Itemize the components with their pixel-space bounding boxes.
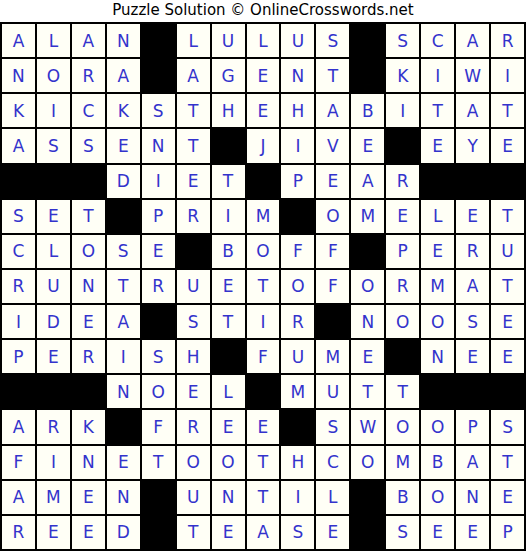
block-cell-r11c15 xyxy=(491,375,524,408)
letter-cell-r7c15: U xyxy=(491,235,524,268)
block-cell-r11c14 xyxy=(456,375,489,408)
letter-cell-r14c15: E xyxy=(491,481,524,514)
letter-cell-r1c13: C xyxy=(421,24,454,57)
letter-cell-r2c14: W xyxy=(456,59,489,92)
letter-cell-r2c8: E xyxy=(247,59,280,92)
letter-cell-r8c12: R xyxy=(386,270,419,303)
letter-cell-r15c7: E xyxy=(212,516,245,549)
letter-cell-r2c12: K xyxy=(386,59,419,92)
letter-cell-r14c13: O xyxy=(421,481,454,514)
letter-cell-r4c9: I xyxy=(281,129,314,162)
letter-cell-r13c6: O xyxy=(177,446,210,479)
letter-cell-r2c2: O xyxy=(37,59,70,92)
letter-cell-r9c7: T xyxy=(212,305,245,338)
block-cell-r11c1 xyxy=(2,375,35,408)
letter-cell-r7c9: F xyxy=(281,235,314,268)
letter-cell-r4c6: T xyxy=(177,129,210,162)
letter-cell-r1c14: A xyxy=(456,24,489,57)
letter-cell-r15c12: S xyxy=(386,516,419,549)
letter-cell-r15c4: D xyxy=(107,516,140,549)
letter-cell-r8c2: U xyxy=(37,270,70,303)
block-cell-r14c11 xyxy=(351,481,384,514)
letter-cell-r2c10: T xyxy=(316,59,349,92)
letter-cell-r15c3: E xyxy=(72,516,105,549)
letter-cell-r8c7: E xyxy=(212,270,245,303)
letter-cell-r15c15: P xyxy=(491,516,524,549)
crossword-grid: ALANLULUSSCARNORAAGENTKIWIKICKSTHEHABITA… xyxy=(0,22,526,551)
letter-cell-r11c4: N xyxy=(107,375,140,408)
letter-cell-r10c2: E xyxy=(37,340,70,373)
letter-cell-r1c7: U xyxy=(212,24,245,57)
letter-cell-r13c7: O xyxy=(212,446,245,479)
letter-cell-r11c10: U xyxy=(316,375,349,408)
letter-cell-r8c10: F xyxy=(316,270,349,303)
letter-cell-r10c8: F xyxy=(247,340,280,373)
letter-cell-r1c2: L xyxy=(37,24,70,57)
letter-cell-r14c2: M xyxy=(37,481,70,514)
letter-cell-r6c2: E xyxy=(37,200,70,233)
block-cell-r4c7 xyxy=(212,129,245,162)
letter-cell-r7c14: R xyxy=(456,235,489,268)
letter-cell-r11c5: O xyxy=(142,375,175,408)
block-cell-r2c11 xyxy=(351,59,384,92)
letter-cell-r3c10: A xyxy=(316,94,349,127)
letter-cell-r9c13: O xyxy=(421,305,454,338)
letter-cell-r6c12: E xyxy=(386,200,419,233)
block-cell-r5c3 xyxy=(72,165,105,198)
letter-cell-r11c6: E xyxy=(177,375,210,408)
letter-cell-r3c1: K xyxy=(2,94,35,127)
letter-cell-r10c5: S xyxy=(142,340,175,373)
letter-cell-r1c6: L xyxy=(177,24,210,57)
letter-cell-r8c11: O xyxy=(351,270,384,303)
letter-cell-r6c11: M xyxy=(351,200,384,233)
letter-cell-r8c8: T xyxy=(247,270,280,303)
block-cell-r12c9 xyxy=(281,410,314,443)
letter-cell-r14c4: N xyxy=(107,481,140,514)
letter-cell-r7c1: C xyxy=(2,235,35,268)
letter-cell-r3c11: B xyxy=(351,94,384,127)
letter-cell-r13c9: H xyxy=(281,446,314,479)
letter-cell-r1c4: N xyxy=(107,24,140,57)
letter-cell-r1c12: S xyxy=(386,24,419,57)
block-cell-r5c8 xyxy=(247,165,280,198)
letter-cell-r3c3: C xyxy=(72,94,105,127)
letter-cell-r2c4: A xyxy=(107,59,140,92)
letter-cell-r2c3: R xyxy=(72,59,105,92)
block-cell-r11c2 xyxy=(37,375,70,408)
letter-cell-r4c2: S xyxy=(37,129,70,162)
letter-cell-r3c2: I xyxy=(37,94,70,127)
letter-cell-r13c2: I xyxy=(37,446,70,479)
letter-cell-r12c6: R xyxy=(177,410,210,443)
letter-cell-r14c14: N xyxy=(456,481,489,514)
letter-cell-r5c9: P xyxy=(281,165,314,198)
block-cell-r11c8 xyxy=(247,375,280,408)
letter-cell-r9c2: D xyxy=(37,305,70,338)
letter-cell-r2c7: G xyxy=(212,59,245,92)
letter-cell-r7c3: O xyxy=(72,235,105,268)
letter-cell-r13c13: B xyxy=(421,446,454,479)
letter-cell-r5c4: D xyxy=(107,165,140,198)
letter-cell-r6c13: L xyxy=(421,200,454,233)
letter-cell-r3c5: S xyxy=(142,94,175,127)
letter-cell-r9c3: E xyxy=(72,305,105,338)
letter-cell-r6c8: M xyxy=(247,200,280,233)
letter-cell-r10c6: H xyxy=(177,340,210,373)
letter-cell-r10c10: M xyxy=(316,340,349,373)
letter-cell-r4c5: N xyxy=(142,129,175,162)
letter-cell-r7c13: E xyxy=(421,235,454,268)
letter-cell-r1c1: A xyxy=(2,24,35,57)
letter-cell-r13c8: T xyxy=(247,446,280,479)
letter-cell-r11c9: M xyxy=(281,375,314,408)
letter-cell-r11c7: L xyxy=(212,375,245,408)
letter-cell-r10c13: N xyxy=(421,340,454,373)
letter-cell-r15c10: E xyxy=(316,516,349,549)
letter-cell-r3c9: H xyxy=(281,94,314,127)
letter-cell-r13c11: O xyxy=(351,446,384,479)
block-cell-r11c13 xyxy=(421,375,454,408)
letter-cell-r2c9: N xyxy=(281,59,314,92)
letter-cell-r6c3: T xyxy=(72,200,105,233)
letter-cell-r13c10: C xyxy=(316,446,349,479)
letter-cell-r12c13: O xyxy=(421,410,454,443)
letter-cell-r4c1: A xyxy=(2,129,35,162)
letter-cell-r5c12: R xyxy=(386,165,419,198)
letter-cell-r7c10: F xyxy=(316,235,349,268)
block-cell-r5c1 xyxy=(2,165,35,198)
letter-cell-r8c4: T xyxy=(107,270,140,303)
letter-cell-r13c5: T xyxy=(142,446,175,479)
letter-cell-r12c2: R xyxy=(37,410,70,443)
letter-cell-r4c10: V xyxy=(316,129,349,162)
letter-cell-r3c8: E xyxy=(247,94,280,127)
letter-cell-r12c5: F xyxy=(142,410,175,443)
letter-cell-r5c5: I xyxy=(142,165,175,198)
letter-cell-r10c11: E xyxy=(351,340,384,373)
letter-cell-r12c15: S xyxy=(491,410,524,443)
block-cell-r5c15 xyxy=(491,165,524,198)
letter-cell-r5c11: A xyxy=(351,165,384,198)
letter-cell-r12c14: P xyxy=(456,410,489,443)
block-cell-r15c5 xyxy=(142,516,175,549)
letter-cell-r4c3: S xyxy=(72,129,105,162)
letter-cell-r8c13: M xyxy=(421,270,454,303)
letter-cell-r14c1: A xyxy=(2,481,35,514)
letter-cell-r8c6: U xyxy=(177,270,210,303)
letter-cell-r10c14: E xyxy=(456,340,489,373)
letter-cell-r10c1: P xyxy=(2,340,35,373)
letter-cell-r3c14: A xyxy=(456,94,489,127)
letter-cell-r13c15: T xyxy=(491,446,524,479)
letter-cell-r15c14: E xyxy=(456,516,489,549)
letter-cell-r14c10: L xyxy=(316,481,349,514)
block-cell-r9c5 xyxy=(142,305,175,338)
letter-cell-r9c9: R xyxy=(281,305,314,338)
letter-cell-r14c8: T xyxy=(247,481,280,514)
letter-cell-r2c15: I xyxy=(491,59,524,92)
block-cell-r5c14 xyxy=(456,165,489,198)
letter-cell-r9c15: E xyxy=(491,305,524,338)
letter-cell-r5c6: E xyxy=(177,165,210,198)
block-cell-r4c12 xyxy=(386,129,419,162)
letter-cell-r12c7: E xyxy=(212,410,245,443)
block-cell-r9c10 xyxy=(316,305,349,338)
letter-cell-r15c8: A xyxy=(247,516,280,549)
block-cell-r11c3 xyxy=(72,375,105,408)
letter-cell-r4c4: E xyxy=(107,129,140,162)
letter-cell-r12c10: S xyxy=(316,410,349,443)
puzzle-solution-page: Puzzle Solution © OnlineCrosswords.net A… xyxy=(0,0,526,551)
letter-cell-r13c4: E xyxy=(107,446,140,479)
letter-cell-r5c7: T xyxy=(212,165,245,198)
letter-cell-r14c3: E xyxy=(72,481,105,514)
letter-cell-r12c11: W xyxy=(351,410,384,443)
letter-cell-r6c1: S xyxy=(2,200,35,233)
letter-cell-r8c3: N xyxy=(72,270,105,303)
block-cell-r5c13 xyxy=(421,165,454,198)
letter-cell-r2c13: I xyxy=(421,59,454,92)
letter-cell-r14c7: N xyxy=(212,481,245,514)
letter-cell-r12c1: A xyxy=(2,410,35,443)
letter-cell-r15c1: R xyxy=(2,516,35,549)
letter-cell-r6c14: E xyxy=(456,200,489,233)
letter-cell-r8c1: R xyxy=(2,270,35,303)
letter-cell-r6c10: O xyxy=(316,200,349,233)
letter-cell-r3c6: T xyxy=(177,94,210,127)
letter-cell-r7c4: S xyxy=(107,235,140,268)
letter-cell-r4c11: E xyxy=(351,129,384,162)
letter-cell-r3c12: I xyxy=(386,94,419,127)
page-title: Puzzle Solution © OnlineCrosswords.net xyxy=(0,0,526,22)
letter-cell-r4c14: Y xyxy=(456,129,489,162)
letter-cell-r7c5: E xyxy=(142,235,175,268)
letter-cell-r15c13: E xyxy=(421,516,454,549)
block-cell-r6c9 xyxy=(281,200,314,233)
letter-cell-r1c15: R xyxy=(491,24,524,57)
block-cell-r10c7 xyxy=(212,340,245,373)
letter-cell-r4c13: E xyxy=(421,129,454,162)
letter-cell-r2c6: A xyxy=(177,59,210,92)
letter-cell-r7c7: B xyxy=(212,235,245,268)
letter-cell-r15c9: S xyxy=(281,516,314,549)
letter-cell-r4c8: J xyxy=(247,129,280,162)
letter-cell-r3c7: H xyxy=(212,94,245,127)
letter-cell-r4c15: E xyxy=(491,129,524,162)
letter-cell-r13c14: A xyxy=(456,446,489,479)
block-cell-r12c4 xyxy=(107,410,140,443)
letter-cell-r9c12: O xyxy=(386,305,419,338)
letter-cell-r9c14: S xyxy=(456,305,489,338)
letter-cell-r7c12: P xyxy=(386,235,419,268)
letter-cell-r1c10: S xyxy=(316,24,349,57)
letter-cell-r6c5: P xyxy=(142,200,175,233)
letter-cell-r8c14: A xyxy=(456,270,489,303)
block-cell-r7c6 xyxy=(177,235,210,268)
block-cell-r2c5 xyxy=(142,59,175,92)
letter-cell-r3c13: T xyxy=(421,94,454,127)
letter-cell-r12c8: E xyxy=(247,410,280,443)
letter-cell-r9c11: N xyxy=(351,305,384,338)
block-cell-r5c2 xyxy=(37,165,70,198)
letter-cell-r3c4: K xyxy=(107,94,140,127)
letter-cell-r8c9: O xyxy=(281,270,314,303)
letter-cell-r10c3: R xyxy=(72,340,105,373)
letter-cell-r14c9: I xyxy=(281,481,314,514)
letter-cell-r6c15: T xyxy=(491,200,524,233)
letter-cell-r9c4: A xyxy=(107,305,140,338)
letter-cell-r8c15: T xyxy=(491,270,524,303)
letter-cell-r3c15: T xyxy=(491,94,524,127)
letter-cell-r14c12: B xyxy=(386,481,419,514)
block-cell-r1c11 xyxy=(351,24,384,57)
letter-cell-r15c2: E xyxy=(37,516,70,549)
block-cell-r15c11 xyxy=(351,516,384,549)
letter-cell-r9c6: S xyxy=(177,305,210,338)
letter-cell-r11c12: T xyxy=(386,375,419,408)
letter-cell-r9c8: I xyxy=(247,305,280,338)
block-cell-r6c4 xyxy=(107,200,140,233)
letter-cell-r1c3: A xyxy=(72,24,105,57)
letter-cell-r10c9: U xyxy=(281,340,314,373)
letter-cell-r6c7: I xyxy=(212,200,245,233)
letter-cell-r13c12: M xyxy=(386,446,419,479)
letter-cell-r8c5: R xyxy=(142,270,175,303)
letter-cell-r10c4: I xyxy=(107,340,140,373)
letter-cell-r5c10: E xyxy=(316,165,349,198)
letter-cell-r15c6: T xyxy=(177,516,210,549)
letter-cell-r13c1: F xyxy=(2,446,35,479)
block-cell-r7c11 xyxy=(351,235,384,268)
letter-cell-r7c8: O xyxy=(247,235,280,268)
letter-cell-r7c2: L xyxy=(37,235,70,268)
block-cell-r14c5 xyxy=(142,481,175,514)
letter-cell-r12c3: K xyxy=(72,410,105,443)
block-cell-r1c5 xyxy=(142,24,175,57)
letter-cell-r1c9: U xyxy=(281,24,314,57)
letter-cell-r14c6: U xyxy=(177,481,210,514)
letter-cell-r1c8: L xyxy=(247,24,280,57)
block-cell-r10c12 xyxy=(386,340,419,373)
letter-cell-r12c12: O xyxy=(386,410,419,443)
letter-cell-r6c6: R xyxy=(177,200,210,233)
letter-cell-r11c11: T xyxy=(351,375,384,408)
letter-cell-r9c1: I xyxy=(2,305,35,338)
letter-cell-r2c1: N xyxy=(2,59,35,92)
letter-cell-r10c15: E xyxy=(491,340,524,373)
letter-cell-r13c3: N xyxy=(72,446,105,479)
